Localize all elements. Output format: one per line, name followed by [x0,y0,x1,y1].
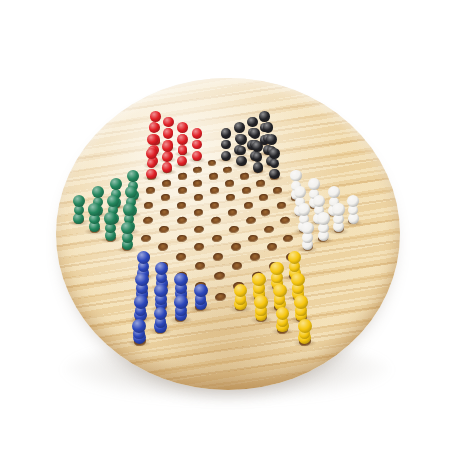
peg-ball [270,262,283,275]
peg-green[interactable] [73,195,85,225]
hole-r11c8[interactable] [263,225,274,234]
hole-r6c5[interactable] [161,193,171,201]
peg-ball [121,222,134,235]
peg-ball [234,122,245,133]
hole-r12c8[interactable] [266,243,277,252]
peg-black[interactable] [236,134,247,166]
peg-ball [162,152,171,161]
peg-ball [149,122,160,133]
hole-r5c6[interactable] [161,179,171,187]
hole-r7c3[interactable] [142,217,153,226]
peg-blue[interactable] [134,295,148,321]
peg-ball [155,262,168,275]
peg-ball [127,170,139,182]
hole-r6c4[interactable] [144,201,154,210]
hole-r11c9[interactable] [279,217,290,226]
peg-ball [288,251,301,264]
peg-black[interactable] [221,128,232,160]
peg-ball [237,146,246,155]
peg-ball [313,195,325,207]
peg-blue[interactable] [154,307,168,333]
peg-ball [178,146,187,155]
peg-ball [252,273,265,286]
peg-ball [253,152,262,161]
peg-ball [134,295,148,309]
peg-ball [177,134,188,145]
peg-yellow[interactable] [276,307,290,333]
hole-r9c5[interactable] [211,217,222,226]
peg-black[interactable] [269,148,280,179]
hole-r8c6[interactable] [210,201,220,210]
peg-ball [88,203,100,215]
peg-ball [308,178,320,190]
hole-r5c9[interactable] [207,160,216,168]
peg-ball [104,212,117,225]
peg-ball [269,169,279,179]
hole-r10c5[interactable] [211,234,222,243]
hole-r7c8[interactable] [224,179,234,187]
peg-ball [192,151,202,161]
peg-red[interactable] [146,148,157,179]
hole-r13c5[interactable] [214,292,226,302]
peg-ball [234,284,248,298]
peg-ball [263,122,274,133]
peg-ball [174,273,187,286]
peg-red[interactable] [177,134,188,166]
peg-ball [291,273,304,286]
peg-yellow[interactable] [234,284,248,311]
peg-ball [252,141,263,152]
peg-ball [162,141,173,152]
hole-r7c9[interactable] [239,172,249,180]
hole-r12c5[interactable] [213,271,225,281]
peg-yellow[interactable] [294,295,308,321]
hole-r6c7[interactable] [193,179,203,187]
hole-r5c5[interactable] [145,186,155,194]
hole-r6c9[interactable] [223,166,232,174]
hole-r8c2[interactable] [141,234,152,243]
hole-r12c7[interactable] [249,252,260,261]
peg-green[interactable] [104,212,117,241]
peg-ball [294,186,306,198]
peg-ball [301,222,314,235]
peg-ball [247,117,258,128]
peg-ball [163,128,174,139]
peg-ball [298,319,312,333]
peg-ball [132,319,146,333]
hole-r10c6[interactable] [229,225,240,234]
peg-ball [236,134,247,145]
cell-layer [0,0,458,458]
hole-r11c6[interactable] [230,243,241,252]
peg-blue[interactable] [174,295,188,321]
peg-ball [266,134,277,145]
hole-r8c5[interactable] [193,209,203,218]
hole-r5c8[interactable] [193,166,202,174]
peg-ball [269,148,280,159]
peg-ball [162,162,172,172]
peg-blue[interactable] [194,284,208,311]
peg-ball [73,195,85,207]
hole-r9c3[interactable] [176,234,187,243]
hole-r12c6[interactable] [231,261,243,270]
peg-ball [147,134,158,145]
peg-ball [163,117,174,128]
peg-ball [294,295,308,309]
hole-r8c9[interactable] [256,179,266,187]
peg-ball [150,111,160,121]
peg-ball [110,178,122,190]
hole-r9c7[interactable] [243,201,253,210]
peg-ball [298,203,310,215]
hole-r9c8[interactable] [258,193,268,201]
peg-ball [347,195,359,207]
hole-r11c4[interactable] [194,261,206,270]
hole-r12c9[interactable] [282,234,293,243]
hole-r7c5[interactable] [177,201,187,210]
hole-r10c3[interactable] [176,252,187,261]
peg-red[interactable] [162,141,173,173]
hole-r8c4[interactable] [176,217,187,226]
peg-ball [221,151,231,161]
peg-ball [92,186,104,198]
peg-black[interactable] [252,141,263,173]
peg-blue[interactable] [132,319,146,345]
peg-ball [221,128,232,139]
peg-ball [259,111,269,121]
hole-r9c2[interactable] [158,243,169,252]
hole-r10c4[interactable] [194,243,205,252]
hole-r10c9[interactable] [276,201,286,210]
hole-r10c7[interactable] [245,217,256,226]
peg-ball [317,212,330,225]
hole-r7c6[interactable] [193,193,203,201]
peg-white[interactable] [317,212,330,241]
hole-r7c4[interactable] [160,209,170,218]
hole-r8c8[interactable] [241,186,251,194]
peg-ball [177,122,188,133]
hole-r8c7[interactable] [226,193,236,201]
peg-ball [221,140,230,149]
hole-r6c8[interactable] [208,172,218,180]
hole-r9c6[interactable] [227,209,237,218]
hole-r11c5[interactable] [212,252,223,261]
peg-green[interactable] [88,203,100,232]
peg-ball [254,295,268,309]
hole-r9c4[interactable] [194,225,205,234]
hole-r5c7[interactable] [177,172,187,180]
peg-ball [107,195,119,207]
peg-ball [332,203,344,215]
hole-r6c6[interactable] [177,186,187,194]
product-photo [0,0,458,458]
peg-ball [146,148,157,159]
peg-ball [123,203,135,215]
hole-r11c7[interactable] [247,234,258,243]
hole-r9c9[interactable] [273,186,283,194]
peg-ball [273,284,287,298]
peg-ball [147,159,157,169]
hole-r7c7[interactable] [209,186,219,194]
hole-r8c3[interactable] [159,225,170,234]
peg-red[interactable] [192,128,203,160]
peg-ball [194,284,208,298]
peg-ball [253,162,263,172]
peg-ball [192,140,201,149]
peg-yellow[interactable] [254,295,268,321]
peg-ball [135,273,148,286]
peg-ball [146,169,156,179]
peg-ball [290,170,302,182]
peg-ball [250,128,261,139]
peg-yellow[interactable] [298,319,312,345]
hole-r10c8[interactable] [261,209,271,218]
peg-green[interactable] [121,222,134,251]
peg-ball [174,295,188,309]
peg-ball [154,284,168,298]
peg-ball [270,159,280,169]
peg-ball [328,186,340,198]
peg-white[interactable] [301,222,314,251]
peg-white[interactable] [347,195,359,225]
peg-ball [125,186,137,198]
peg-ball [192,128,203,139]
peg-white[interactable] [332,203,344,232]
